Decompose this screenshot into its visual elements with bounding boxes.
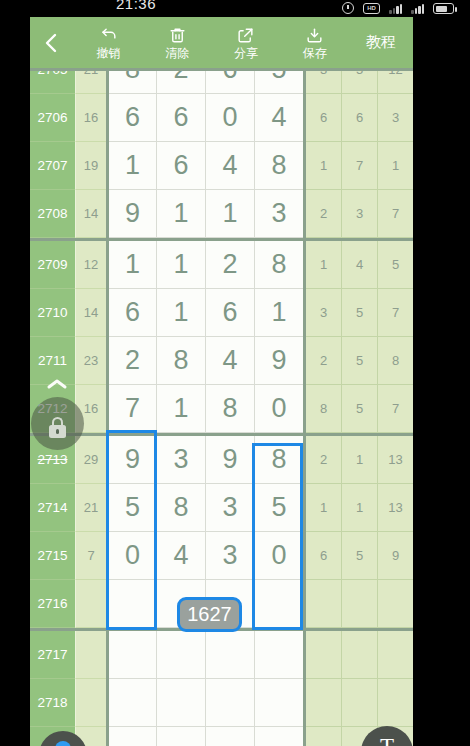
period-cell: 2710 [30,289,75,337]
stat-cell: 2 [306,337,342,385]
stat-cell: 5 [378,241,413,289]
stat-cell: 5 [342,337,378,385]
battery-icon [433,3,454,14]
digit-cell[interactable]: 1 [109,241,157,289]
stat-cell: 8 [378,337,413,385]
digit-cell[interactable]: 4 [206,142,255,190]
digit-cell[interactable]: 2 [157,71,206,94]
stat-cell: 12 [378,71,413,94]
digit-cell[interactable]: 1 [206,190,255,238]
digit-cell[interactable] [157,679,206,727]
period-cell: 2705 [30,71,75,94]
stat-cell [378,631,413,679]
stat-cell [342,631,378,679]
digit-cell[interactable]: 4 [157,532,206,580]
stat-cell: 5 [342,71,378,94]
back-chevron-icon [40,30,64,56]
digit-cell[interactable]: 5 [255,71,303,94]
undo-button[interactable]: 撤销 [74,17,143,68]
stat-cell [378,679,413,727]
sum-cell: 14 [75,289,106,337]
stat-cell: 2 [306,436,342,484]
digit-cell[interactable]: 8 [255,241,303,289]
stat-cell [342,679,378,727]
stat-cell: 1 [342,436,378,484]
digit-cell[interactable]: 0 [255,385,303,433]
period-cell: 2716 [30,580,75,628]
digit-cell[interactable]: 8 [157,337,206,385]
stat-cell: 3 [306,289,342,337]
clear-button[interactable]: 清除 [143,17,212,68]
period-cell: 2715 [30,532,75,580]
status-icons: HD [342,2,454,14]
digit-cell[interactable]: 6 [157,94,206,142]
clock-time: 21:36 [116,0,156,12]
period-cell: 2707 [30,142,75,190]
digit-cell[interactable]: 9 [109,190,157,238]
share-button[interactable]: 分享 [212,17,281,68]
stat-cell: 13 [378,484,413,532]
stat-cell: 7 [378,385,413,433]
save-button[interactable]: 保存 [280,17,349,68]
stat-cell: 7 [342,142,378,190]
back-button[interactable] [30,17,74,68]
stat-cell: 8 [306,385,342,433]
digit-cell[interactable]: 8 [206,385,255,433]
sum-cell: 7 [75,532,106,580]
stat-cell: 1 [378,142,413,190]
volte-hd-icon: HD [363,3,380,14]
digit-cell[interactable] [206,727,255,746]
stat-cell: 5 [342,532,378,580]
digit-cell[interactable]: 8 [109,71,157,94]
share-icon [236,26,255,45]
digit-cell[interactable]: 3 [255,190,303,238]
draw-row-2712: 2712167180857 [30,385,413,433]
text-tool-label: T [361,734,413,746]
digit-cell[interactable]: 6 [206,71,255,94]
sum-cell: 21 [75,484,106,532]
digit-cell[interactable] [255,679,303,727]
digit-cell[interactable]: 8 [157,484,206,532]
stat-cell: 5 [342,385,378,433]
draw-row-blank [30,727,413,746]
draw-row-2714: 27142158351113 [30,484,413,532]
digit-cell[interactable]: 6 [109,94,157,142]
draw-row-2708: 2708149113237 [30,190,413,238]
period-cell: 2718 [30,679,75,727]
stat-cell: 5 [342,289,378,337]
number-annotation-badge[interactable]: 1627 [177,597,242,632]
save-label: 保存 [303,47,327,59]
stat-cell: 9 [378,532,413,580]
period-cell: 2706 [30,94,75,142]
stat-cell: 6 [306,94,342,142]
draw-row-2717: 2717 [30,631,413,679]
digit-cell[interactable]: 8 [255,142,303,190]
sum-cell [75,679,106,727]
digit-cell[interactable]: 1 [255,289,303,337]
blue-color-dot-icon [55,741,71,746]
trash-icon [168,26,187,45]
stat-cell [342,580,378,628]
period-cell: 2717 [30,631,75,679]
stat-cell: 7 [378,289,413,337]
stat-cell: 3 [378,94,413,142]
period-cell: 2708 [30,190,75,238]
digit-cell[interactable]: 1 [157,190,206,238]
digit-cell[interactable]: 1 [109,142,157,190]
sum-cell: 21 [75,71,106,94]
digit-cell[interactable]: 4 [255,94,303,142]
stat-cell: 2 [306,190,342,238]
draw-row-2715: 271570430659 [30,532,413,580]
period-cell: 2714 [30,484,75,532]
clear-label: 清除 [165,47,189,59]
stat-cell: 3 [342,190,378,238]
digit-cell[interactable]: 9 [255,337,303,385]
period-cell: 2709 [30,241,75,289]
stat-cell [306,580,342,628]
sum-cell [75,631,106,679]
status-bar: 21:36 HD [0,0,470,17]
digit-cell[interactable]: 6 [109,289,157,337]
draw-row-2710: 2710146161357 [30,289,413,337]
digit-cell[interactable]: 3 [157,436,206,484]
lock-button[interactable] [31,397,84,450]
column-selection-rect-2[interactable] [252,443,303,630]
trend-chart-grid: 2705218265351227061666046632707191648171… [30,68,413,746]
stat-cell [306,727,342,746]
digit-cell[interactable] [255,727,303,746]
draw-row-2718: 2718 [30,679,413,727]
digit-cell[interactable]: 2 [206,241,255,289]
draw-row-2711: 2711232849258 [30,337,413,385]
stat-cell: 6 [306,532,342,580]
digit-cell[interactable]: 3 [206,484,255,532]
sum-cell: 19 [75,142,106,190]
sum-cell: 16 [75,94,106,142]
draw-row-2713: 27132993982113 [30,436,413,484]
digit-cell[interactable]: 6 [157,142,206,190]
digit-cell[interactable] [109,727,157,746]
digit-cell[interactable]: 0 [206,94,255,142]
sum-cell: 23 [75,337,106,385]
draw-row-2707: 2707191648171 [30,142,413,190]
digit-cell[interactable]: 6 [206,289,255,337]
undo-label: 撤销 [96,47,120,59]
digit-cell[interactable]: 1 [157,289,206,337]
digit-cell[interactable]: 4 [206,337,255,385]
stat-cell: 13 [378,436,413,484]
stat-cell: 7 [378,190,413,238]
digit-cell[interactable] [206,631,255,679]
digit-cell[interactable] [206,679,255,727]
sum-cell: 14 [75,190,106,238]
stat-cell: 1 [306,142,342,190]
app-window: 撤销 清除 分享 保存 教程 2705218265351227061666046… [30,17,413,746]
table-rows: 2705218265351227061666046632707191648171… [30,68,413,746]
stat-cell: 1 [342,484,378,532]
undo-icon [99,26,118,45]
draw-row-2709: 2709121128145 [30,241,413,289]
stat-cell: 3 [306,71,342,94]
sum-cell: 12 [75,241,106,289]
alarm-icon [342,2,354,14]
stat-cell: 6 [342,94,378,142]
collapse-chevron-icon[interactable] [45,376,69,388]
digit-cell[interactable]: 9 [206,436,255,484]
sum-cell: 29 [75,436,106,484]
draw-row-2706: 2706166604663 [30,94,413,142]
lock-icon [52,417,63,425]
digit-cell[interactable] [157,631,206,679]
digit-cell[interactable] [109,679,157,727]
digit-cell[interactable] [157,727,206,746]
stat-cell: 1 [306,484,342,532]
tutorial-button[interactable]: 教程 [349,33,413,52]
digit-cell[interactable]: 7 [109,385,157,433]
toolbar: 撤销 清除 分享 保存 教程 [30,17,413,68]
stat-cell [306,679,342,727]
column-selection-rect-1[interactable] [106,430,157,630]
stat-cell [378,580,413,628]
share-label: 分享 [234,47,258,59]
digit-cell[interactable]: 1 [157,241,206,289]
download-icon [305,26,324,45]
digit-cell[interactable]: 2 [109,337,157,385]
draw-row-2705: 27052182653512 [30,71,413,94]
stat-cell: 1 [306,241,342,289]
digit-cell[interactable]: 1 [157,385,206,433]
digit-cell[interactable] [255,631,303,679]
sum-cell [75,580,106,628]
stat-cell [306,631,342,679]
stat-cell: 4 [342,241,378,289]
phone-screen: 21:36 HD 撤销 清除 分享 [0,0,470,746]
clipped-row-wrap: 27052182653512 [30,71,413,94]
digit-cell[interactable] [109,631,157,679]
signal-icon-2 [411,4,424,14]
signal-icon [389,4,402,14]
digit-cell[interactable]: 3 [206,532,255,580]
